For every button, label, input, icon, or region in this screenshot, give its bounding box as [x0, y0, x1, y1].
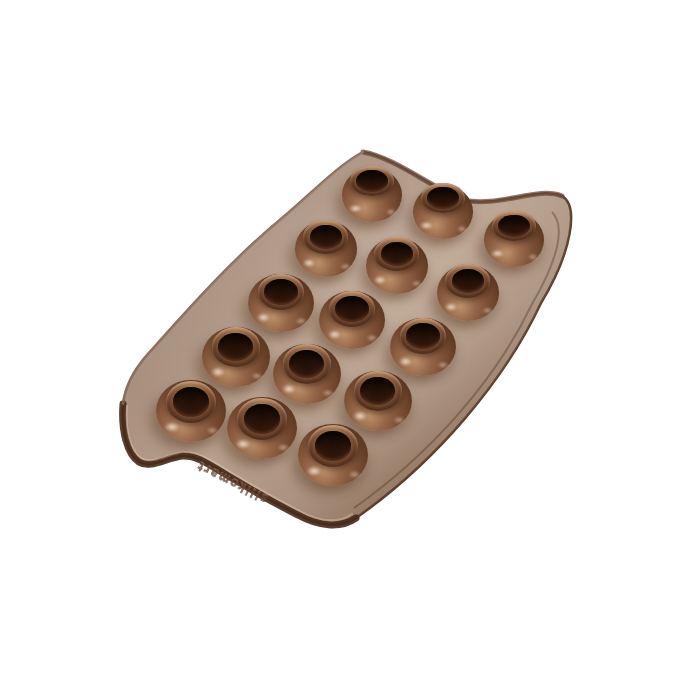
product-photo: silikomart — [0, 0, 695, 695]
cavity-opening — [360, 377, 395, 405]
specular-highlight — [409, 279, 424, 288]
cavity-opening — [406, 323, 440, 349]
specular-highlight — [204, 425, 221, 436]
mold-cavity — [227, 397, 297, 460]
mold-cavity — [413, 185, 474, 239]
specular-highlight — [435, 360, 451, 370]
cavity-opening — [218, 333, 253, 361]
specular-highlight — [350, 409, 370, 422]
specular-highlight — [279, 382, 299, 395]
specular-highlight — [320, 388, 336, 398]
mold-cavity — [390, 318, 455, 376]
specular-highlight — [346, 203, 364, 215]
specular-highlight — [293, 316, 309, 326]
mold-cavity — [437, 265, 500, 321]
mold-cavity — [248, 274, 313, 332]
specular-highlight — [480, 306, 495, 315]
specular-highlight — [455, 224, 470, 233]
cavity-opening — [244, 404, 280, 434]
cavity-opening — [498, 215, 529, 237]
cavity-opening — [315, 431, 351, 461]
specular-highlight — [325, 328, 345, 341]
mold-cavity — [319, 291, 384, 349]
mold-cavity — [156, 380, 226, 443]
cavity-opening — [289, 350, 324, 378]
specular-highlight — [488, 248, 506, 260]
mold-cavity — [366, 238, 429, 294]
specular-highlight — [384, 207, 399, 216]
specular-highlight — [364, 333, 380, 343]
specular-highlight — [303, 464, 324, 478]
cavity-opening — [310, 225, 342, 249]
specular-highlight — [338, 262, 353, 271]
mold-cavity — [202, 327, 270, 387]
mold-cavity — [342, 168, 403, 222]
cavity-opening — [452, 269, 484, 293]
cavity-opening — [173, 387, 209, 417]
mold-cavity — [295, 221, 358, 277]
mold-cavity — [344, 371, 412, 431]
specular-highlight — [526, 252, 541, 261]
specular-highlight — [254, 311, 274, 324]
specular-highlight — [391, 415, 407, 425]
specular-highlight — [232, 437, 253, 451]
specular-highlight — [275, 442, 292, 453]
mold-cavity — [484, 213, 545, 267]
cavity-opening — [264, 279, 298, 305]
specular-highlight — [396, 355, 416, 368]
specular-highlight — [417, 220, 435, 232]
specular-highlight — [161, 420, 182, 434]
mold-cavity — [298, 424, 368, 487]
mold-cavity — [273, 344, 341, 404]
cavity-opening — [381, 242, 413, 266]
mold-cavities — [0, 0, 695, 695]
specular-highlight — [208, 365, 228, 378]
specular-highlight — [249, 371, 265, 381]
cavity-opening — [335, 296, 369, 322]
specular-highlight — [346, 469, 363, 480]
cavity-opening — [427, 187, 458, 209]
cavity-opening — [356, 170, 387, 192]
